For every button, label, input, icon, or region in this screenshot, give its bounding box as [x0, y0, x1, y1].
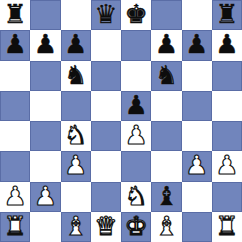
square-a8[interactable]: ♜: [0, 0, 30, 30]
piece-white-pawn[interactable]: ♟: [124, 122, 147, 148]
square-f7[interactable]: ♟: [151, 30, 181, 60]
piece-white-knight[interactable]: ♞: [124, 183, 147, 209]
square-f3[interactable]: [151, 151, 181, 181]
square-g3[interactable]: ♟: [182, 151, 212, 181]
piece-white-rook[interactable]: ♜: [215, 213, 238, 239]
square-a5[interactable]: [0, 91, 30, 121]
square-e3[interactable]: [121, 151, 151, 181]
piece-white-king[interactable]: ♚: [124, 213, 147, 239]
square-h7[interactable]: ♟: [212, 30, 242, 60]
square-d7[interactable]: [91, 30, 121, 60]
chess-board: ♜♛♚♜♟♟♟♟♟♟♞♞♟♞♟♟♟♟♟♟♞♝♜♝♛♚♝♜: [0, 0, 242, 242]
piece-white-pawn[interactable]: ♟: [215, 152, 238, 178]
square-b4[interactable]: [30, 121, 60, 151]
piece-black-pawn[interactable]: ♟: [34, 31, 57, 57]
square-a1[interactable]: ♜: [0, 212, 30, 242]
square-d8[interactable]: ♛: [91, 0, 121, 30]
square-c3[interactable]: ♟: [61, 151, 91, 181]
square-c4[interactable]: ♞: [61, 121, 91, 151]
square-c8[interactable]: [61, 0, 91, 30]
square-c2[interactable]: [61, 182, 91, 212]
square-h2[interactable]: [212, 182, 242, 212]
piece-black-knight[interactable]: ♞: [155, 62, 178, 88]
square-f2[interactable]: ♝: [151, 182, 181, 212]
square-b1[interactable]: [30, 212, 60, 242]
piece-black-bishop[interactable]: ♝: [155, 183, 178, 209]
square-a2[interactable]: ♟: [0, 182, 30, 212]
piece-white-pawn[interactable]: ♟: [3, 183, 26, 209]
piece-black-pawn[interactable]: ♟: [64, 31, 87, 57]
square-a4[interactable]: [0, 121, 30, 151]
square-h4[interactable]: [212, 121, 242, 151]
square-g5[interactable]: [182, 91, 212, 121]
square-f8[interactable]: [151, 0, 181, 30]
square-h5[interactable]: [212, 91, 242, 121]
piece-white-knight[interactable]: ♞: [64, 122, 87, 148]
piece-white-pawn[interactable]: ♟: [64, 152, 87, 178]
square-c6[interactable]: ♞: [61, 61, 91, 91]
piece-black-pawn[interactable]: ♟: [185, 31, 208, 57]
piece-white-pawn[interactable]: ♟: [185, 152, 208, 178]
square-d4[interactable]: [91, 121, 121, 151]
piece-white-rook[interactable]: ♜: [3, 213, 26, 239]
square-d1[interactable]: ♛: [91, 212, 121, 242]
square-h6[interactable]: [212, 61, 242, 91]
square-c7[interactable]: ♟: [61, 30, 91, 60]
square-b3[interactable]: [30, 151, 60, 181]
piece-black-king[interactable]: ♚: [124, 1, 147, 27]
square-d2[interactable]: [91, 182, 121, 212]
square-e1[interactable]: ♚: [121, 212, 151, 242]
piece-black-rook[interactable]: ♜: [3, 1, 26, 27]
square-c1[interactable]: ♝: [61, 212, 91, 242]
piece-black-pawn[interactable]: ♟: [155, 31, 178, 57]
square-b7[interactable]: ♟: [30, 30, 60, 60]
square-f1[interactable]: ♝: [151, 212, 181, 242]
square-h8[interactable]: ♜: [212, 0, 242, 30]
square-g2[interactable]: [182, 182, 212, 212]
square-e2[interactable]: ♞: [121, 182, 151, 212]
square-d3[interactable]: [91, 151, 121, 181]
piece-black-rook[interactable]: ♜: [215, 1, 238, 27]
square-g1[interactable]: [182, 212, 212, 242]
square-a7[interactable]: ♟: [0, 30, 30, 60]
piece-black-pawn[interactable]: ♟: [215, 31, 238, 57]
piece-black-queen[interactable]: ♛: [94, 1, 117, 27]
square-e4[interactable]: ♟: [121, 121, 151, 151]
square-d6[interactable]: [91, 61, 121, 91]
square-b6[interactable]: [30, 61, 60, 91]
square-a3[interactable]: [0, 151, 30, 181]
square-g7[interactable]: ♟: [182, 30, 212, 60]
square-e5[interactable]: ♟: [121, 91, 151, 121]
square-b5[interactable]: [30, 91, 60, 121]
square-h1[interactable]: ♜: [212, 212, 242, 242]
square-b2[interactable]: ♟: [30, 182, 60, 212]
piece-white-bishop[interactable]: ♝: [155, 213, 178, 239]
square-b8[interactable]: [30, 0, 60, 30]
square-f5[interactable]: [151, 91, 181, 121]
square-h3[interactable]: ♟: [212, 151, 242, 181]
piece-white-bishop[interactable]: ♝: [64, 213, 87, 239]
square-d5[interactable]: [91, 91, 121, 121]
square-e6[interactable]: [121, 61, 151, 91]
piece-black-pawn[interactable]: ♟: [3, 31, 26, 57]
square-g8[interactable]: [182, 0, 212, 30]
square-c5[interactable]: [61, 91, 91, 121]
piece-black-pawn[interactable]: ♟: [124, 92, 147, 118]
square-f6[interactable]: ♞: [151, 61, 181, 91]
piece-black-knight[interactable]: ♞: [64, 62, 87, 88]
square-e7[interactable]: [121, 30, 151, 60]
piece-white-pawn[interactable]: ♟: [34, 183, 57, 209]
square-f4[interactable]: [151, 121, 181, 151]
square-e8[interactable]: ♚: [121, 0, 151, 30]
piece-white-queen[interactable]: ♛: [94, 213, 117, 239]
square-g6[interactable]: [182, 61, 212, 91]
square-g4[interactable]: [182, 121, 212, 151]
square-a6[interactable]: [0, 61, 30, 91]
